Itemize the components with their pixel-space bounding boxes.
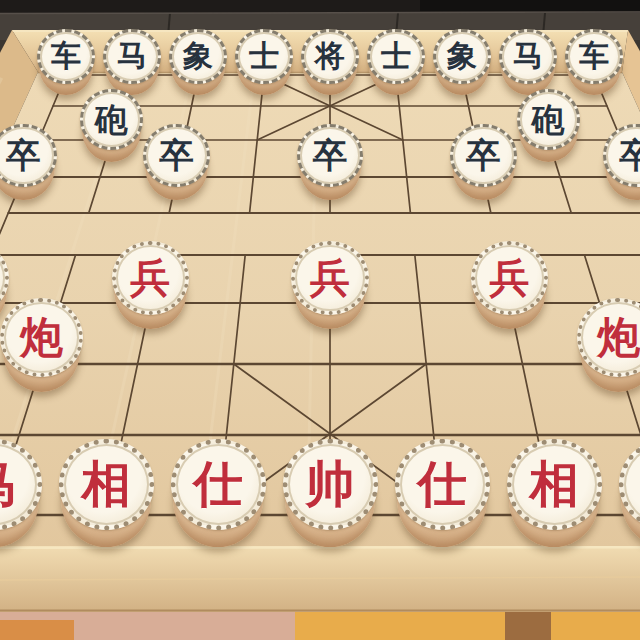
piece-red-soldier[interactable]: 兵: [112, 241, 189, 329]
piece-character: 炮: [597, 316, 640, 359]
photo-scene: 车马象士将士象马车砲砲卒卒卒卒卒兵兵兵兵兵炮炮车马相仕帅仕相马车: [0, 0, 640, 640]
piece-black-advisor[interactable]: 士: [235, 29, 293, 95]
piece-red-elephant[interactable]: 相: [507, 439, 602, 547]
piece-face: 相: [59, 439, 154, 530]
piece-black-horse[interactable]: 马: [499, 29, 557, 95]
piece-red-soldier[interactable]: 兵: [291, 241, 368, 329]
piece-face: 士: [235, 29, 293, 85]
piece-character: 炮: [20, 316, 63, 359]
piece-black-cannon[interactable]: 砲: [80, 89, 143, 161]
piece-character: 帅: [305, 460, 354, 509]
piece-red-soldier[interactable]: 兵: [471, 241, 548, 329]
piece-black-soldier[interactable]: 卒: [143, 124, 210, 200]
piece-character: 马: [513, 41, 543, 71]
piece-red-general[interactable]: 帅: [283, 439, 378, 547]
piece-character: 士: [249, 41, 279, 71]
piece-face: 将: [301, 29, 359, 85]
piece-character: 卒: [619, 138, 640, 173]
piece-face: 车: [565, 29, 623, 85]
piece-red-horse[interactable]: 马: [0, 439, 42, 547]
piece-face: 卒: [450, 124, 517, 188]
piece-character: 卒: [6, 138, 41, 173]
piece-character: 仕: [193, 460, 242, 509]
piece-face: 砲: [517, 89, 580, 150]
piece-character: 砲: [95, 103, 128, 136]
piece-character: 兵: [490, 258, 530, 298]
piece-black-cannon[interactable]: 砲: [517, 89, 580, 161]
piece-black-soldier[interactable]: 卒: [603, 124, 640, 200]
piece-character: 卒: [159, 138, 194, 173]
piece-character: 士: [381, 41, 411, 71]
piece-face: 仕: [171, 439, 266, 530]
piece-face: 砲: [80, 89, 143, 150]
piece-character: 卒: [466, 138, 501, 173]
piece-face: 仕: [395, 439, 490, 530]
piece-black-elephant[interactable]: 象: [433, 29, 491, 95]
piece-character: 卒: [313, 138, 348, 173]
piece-black-horse[interactable]: 马: [103, 29, 161, 95]
piece-character: 仕: [417, 460, 466, 509]
piece-face: 兵: [112, 241, 189, 315]
piece-black-soldier[interactable]: 卒: [450, 124, 517, 200]
piece-face: 兵: [291, 241, 368, 315]
piece-black-soldier[interactable]: 卒: [0, 124, 57, 200]
piece-face: 车: [37, 29, 95, 85]
piece-face: 卒: [143, 124, 210, 188]
piece-black-elephant[interactable]: 象: [169, 29, 227, 95]
piece-face: 相: [507, 439, 602, 530]
piece-face: 象: [433, 29, 491, 85]
piece-red-cannon[interactable]: 炮: [577, 298, 640, 392]
piece-face: 兵: [471, 241, 548, 315]
piece-black-chariot[interactable]: 车: [37, 29, 95, 95]
piece-character: 将: [315, 41, 345, 71]
piece-face: 炮: [0, 298, 82, 377]
piece-character: 相: [529, 460, 578, 509]
piece-character: 车: [579, 41, 609, 71]
piece-face: 马: [103, 29, 161, 85]
piece-red-advisor[interactable]: 仕: [171, 439, 266, 547]
pieces-layer: 车马象士将士象马车砲砲卒卒卒卒卒兵兵兵兵兵炮炮车马相仕帅仕相马车: [0, 0, 640, 640]
piece-face: 马: [499, 29, 557, 85]
piece-red-horse[interactable]: 马: [619, 439, 640, 547]
piece-red-elephant[interactable]: 相: [59, 439, 154, 547]
piece-character: 象: [447, 41, 477, 71]
piece-character: 车: [51, 41, 81, 71]
piece-character: 砲: [532, 103, 565, 136]
piece-face: 士: [367, 29, 425, 85]
piece-character: 马: [0, 460, 19, 509]
piece-character: 相: [81, 460, 130, 509]
piece-black-chariot[interactable]: 车: [565, 29, 623, 95]
piece-black-soldier[interactable]: 卒: [297, 124, 364, 200]
piece-character: 象: [183, 41, 213, 71]
piece-black-advisor[interactable]: 士: [367, 29, 425, 95]
piece-face: 帅: [283, 439, 378, 530]
piece-black-general[interactable]: 将: [301, 29, 359, 95]
piece-red-cannon[interactable]: 炮: [0, 298, 82, 392]
piece-character: 兵: [130, 258, 170, 298]
piece-red-advisor[interactable]: 仕: [395, 439, 490, 547]
piece-character: 兵: [310, 258, 350, 298]
piece-character: 马: [117, 41, 147, 71]
piece-face: 象: [169, 29, 227, 85]
